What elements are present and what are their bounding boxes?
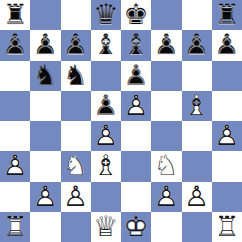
square-d7[interactable]: ♝︎♗︎ [91, 30, 121, 60]
piece-white-queen[interactable]: ♛︎♕︎ [91, 212, 121, 242]
square-e6[interactable]: ♟︎♙︎ [121, 61, 151, 91]
square-b2[interactable]: ♟︎♙︎ [30, 182, 60, 212]
piece-white-pawn[interactable]: ♟︎♙︎ [212, 121, 242, 151]
square-f4[interactable] [151, 121, 181, 151]
square-g8[interactable] [182, 0, 212, 30]
square-b6[interactable]: ♞︎♘︎ [30, 61, 60, 91]
square-h3[interactable] [212, 151, 242, 181]
square-d8[interactable]: ♛︎♕︎ [91, 0, 121, 30]
square-c5[interactable] [61, 91, 91, 121]
square-c7[interactable]: ♟︎♙︎ [61, 30, 91, 60]
square-b5[interactable] [30, 91, 60, 121]
square-c3[interactable]: ♞︎♘︎ [61, 151, 91, 181]
square-f2[interactable]: ♟︎♙︎ [151, 182, 181, 212]
square-f1[interactable] [151, 212, 181, 242]
square-f3[interactable]: ♞︎♘︎ [151, 151, 181, 181]
square-c4[interactable] [61, 121, 91, 151]
square-a1[interactable]: ♜︎♖︎ [0, 212, 30, 242]
square-e8[interactable]: ♚︎♔︎ [121, 0, 151, 30]
piece-black-queen[interactable]: ♛︎♕︎ [91, 0, 121, 30]
square-h6[interactable] [212, 61, 242, 91]
square-a8[interactable]: ♜︎♖︎ [0, 0, 30, 30]
piece-white-rook[interactable]: ♜︎♖︎ [212, 212, 242, 242]
square-h7[interactable]: ♟︎♙︎ [212, 30, 242, 60]
square-f8[interactable] [151, 0, 181, 30]
square-g2[interactable]: ♟︎♙︎ [182, 182, 212, 212]
square-d2[interactable] [91, 182, 121, 212]
piece-black-knight[interactable]: ♞︎♘︎ [61, 61, 91, 91]
square-h2[interactable] [212, 182, 242, 212]
square-c6[interactable]: ♞︎♘︎ [61, 61, 91, 91]
piece-black-rook[interactable]: ♜︎♖︎ [0, 0, 30, 30]
piece-black-pawn[interactable]: ♟︎♙︎ [121, 61, 151, 91]
square-b3[interactable] [30, 151, 60, 181]
square-h5[interactable] [212, 91, 242, 121]
square-g6[interactable] [182, 61, 212, 91]
square-f6[interactable] [151, 61, 181, 91]
piece-black-pawn[interactable]: ♟︎♙︎ [91, 91, 121, 121]
square-g3[interactable] [182, 151, 212, 181]
piece-black-knight[interactable]: ♞︎♘︎ [30, 61, 60, 91]
square-f5[interactable] [151, 91, 181, 121]
piece-white-rook[interactable]: ♜︎♖︎ [0, 212, 30, 242]
piece-black-pawn[interactable]: ♟︎♙︎ [61, 30, 91, 60]
piece-black-rook[interactable]: ♜︎♖︎ [212, 0, 242, 30]
piece-white-pawn[interactable]: ♟︎♙︎ [61, 182, 91, 212]
piece-black-pawn[interactable]: ♟︎♙︎ [182, 30, 212, 60]
square-d1[interactable]: ♛︎♕︎ [91, 212, 121, 242]
square-g4[interactable] [182, 121, 212, 151]
square-e5[interactable]: ♟︎♙︎ [121, 91, 151, 121]
piece-black-pawn[interactable]: ♟︎♙︎ [30, 30, 60, 60]
piece-white-pawn[interactable]: ♟︎♙︎ [151, 182, 181, 212]
piece-black-bishop[interactable]: ♝︎♗︎ [121, 30, 151, 60]
square-b8[interactable] [30, 0, 60, 30]
piece-white-bishop[interactable]: ♝︎♗︎ [182, 91, 212, 121]
square-c8[interactable] [61, 0, 91, 30]
piece-black-pawn[interactable]: ♟︎♙︎ [212, 30, 242, 60]
square-g1[interactable] [182, 212, 212, 242]
square-h8[interactable]: ♜︎♖︎ [212, 0, 242, 30]
square-h1[interactable]: ♜︎♖︎ [212, 212, 242, 242]
square-f7[interactable]: ♟︎♙︎ [151, 30, 181, 60]
square-a3[interactable]: ♟︎♙︎ [0, 151, 30, 181]
square-g7[interactable]: ♟︎♙︎ [182, 30, 212, 60]
square-d5[interactable]: ♟︎♙︎ [91, 91, 121, 121]
piece-white-knight[interactable]: ♞︎♘︎ [61, 151, 91, 181]
square-c1[interactable] [61, 212, 91, 242]
square-e3[interactable] [121, 151, 151, 181]
square-h4[interactable]: ♟︎♙︎ [212, 121, 242, 151]
piece-black-pawn[interactable]: ♟︎♙︎ [0, 30, 30, 60]
square-a4[interactable] [0, 121, 30, 151]
piece-white-pawn[interactable]: ♟︎♙︎ [91, 121, 121, 151]
square-a5[interactable] [0, 91, 30, 121]
piece-white-pawn[interactable]: ♟︎♙︎ [30, 182, 60, 212]
square-e7[interactable]: ♝︎♗︎ [121, 30, 151, 60]
square-e4[interactable] [121, 121, 151, 151]
piece-white-pawn[interactable]: ♟︎♙︎ [0, 151, 30, 181]
square-b7[interactable]: ♟︎♙︎ [30, 30, 60, 60]
square-a7[interactable]: ♟︎♙︎ [0, 30, 30, 60]
square-d3[interactable]: ♝︎♗︎ [91, 151, 121, 181]
piece-white-king[interactable]: ♚︎♔︎ [121, 212, 151, 242]
square-a6[interactable] [0, 61, 30, 91]
piece-white-knight[interactable]: ♞︎♘︎ [151, 151, 181, 181]
square-a2[interactable] [0, 182, 30, 212]
square-d6[interactable] [91, 61, 121, 91]
piece-white-pawn[interactable]: ♟︎♙︎ [182, 182, 212, 212]
piece-black-king[interactable]: ♚︎♔︎ [121, 0, 151, 30]
chess-board: ♜︎♖︎♛︎♕︎♚︎♔︎♜︎♖︎♟︎♙︎♟︎♙︎♟︎♙︎♝︎♗︎♝︎♗︎♟︎♙︎… [0, 0, 242, 242]
piece-black-pawn[interactable]: ♟︎♙︎ [151, 30, 181, 60]
square-b4[interactable] [30, 121, 60, 151]
chess-board-container: ♜︎♖︎♛︎♕︎♚︎♔︎♜︎♖︎♟︎♙︎♟︎♙︎♟︎♙︎♝︎♗︎♝︎♗︎♟︎♙︎… [0, 0, 242, 242]
piece-white-bishop[interactable]: ♝︎♗︎ [91, 151, 121, 181]
square-g5[interactable]: ♝︎♗︎ [182, 91, 212, 121]
piece-black-bishop[interactable]: ♝︎♗︎ [91, 30, 121, 60]
piece-white-pawn[interactable]: ♟︎♙︎ [121, 91, 151, 121]
square-b1[interactable] [30, 212, 60, 242]
square-c2[interactable]: ♟︎♙︎ [61, 182, 91, 212]
square-e2[interactable] [121, 182, 151, 212]
square-d4[interactable]: ♟︎♙︎ [91, 121, 121, 151]
square-e1[interactable]: ♚︎♔︎ [121, 212, 151, 242]
